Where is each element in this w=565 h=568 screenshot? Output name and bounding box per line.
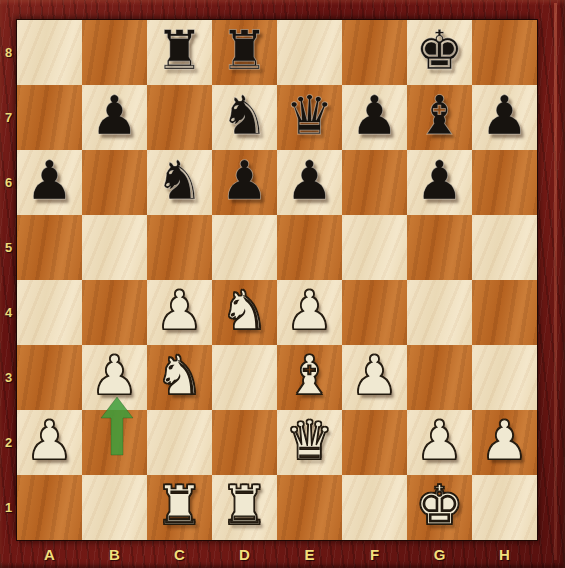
square-d6[interactable]: ♟ xyxy=(212,150,277,215)
square-d2[interactable] xyxy=(212,410,277,475)
black-rook-d8[interactable]: ♜ xyxy=(220,18,268,83)
file-label-d: D xyxy=(212,540,277,568)
square-f8[interactable] xyxy=(342,20,407,85)
white-pawn-h2[interactable]: ♟ xyxy=(480,408,528,473)
black-pawn-g6[interactable]: ♟ xyxy=(415,148,463,213)
black-knight-c6[interactable]: ♞ xyxy=(155,148,203,213)
white-king-g1[interactable]: ♚ xyxy=(415,473,463,538)
rank-label-2: 2 xyxy=(0,410,17,475)
square-d1[interactable]: ♜ xyxy=(212,475,277,540)
square-a6[interactable]: ♟ xyxy=(17,150,82,215)
square-f3[interactable]: ♟ xyxy=(342,345,407,410)
square-e1[interactable] xyxy=(277,475,342,540)
white-pawn-g2[interactable]: ♟ xyxy=(415,408,463,473)
rank-labels: 87654321 xyxy=(0,20,17,540)
white-rook-c1[interactable]: ♜ xyxy=(155,473,203,538)
square-a5[interactable] xyxy=(17,215,82,280)
square-f6[interactable] xyxy=(342,150,407,215)
black-pawn-f7[interactable]: ♟ xyxy=(350,83,398,148)
white-pawn-a2[interactable]: ♟ xyxy=(25,408,73,473)
square-a4[interactable] xyxy=(17,280,82,345)
black-king-g8[interactable]: ♚ xyxy=(415,18,463,83)
rank-label-5: 5 xyxy=(0,215,17,280)
file-label-g: G xyxy=(407,540,472,568)
square-f4[interactable] xyxy=(342,280,407,345)
file-label-h: H xyxy=(472,540,537,568)
square-c6[interactable]: ♞ xyxy=(147,150,212,215)
chess-board[interactable]: ♜♜♚♟♞♛♟♝♟♟♞♟♟♟♟♞♟♟♞♝♟♟♛♟♟♜♜♚ xyxy=(17,20,537,540)
board-frame: 87654321 ♜♜♚♟♞♛♟♝♟♟♞♟♟♟♟♞♟♟♞♝♟♟♛♟♟♜♜♚ AB… xyxy=(0,0,565,568)
black-knight-d7[interactable]: ♞ xyxy=(220,83,268,148)
square-f5[interactable] xyxy=(342,215,407,280)
square-c2[interactable] xyxy=(147,410,212,475)
square-c7[interactable] xyxy=(147,85,212,150)
white-knight-c3[interactable]: ♞ xyxy=(155,343,203,408)
black-queen-e7[interactable]: ♛ xyxy=(285,83,333,148)
square-b8[interactable] xyxy=(82,20,147,85)
file-label-e: E xyxy=(277,540,342,568)
black-pawn-a6[interactable]: ♟ xyxy=(25,148,73,213)
square-b7[interactable]: ♟ xyxy=(82,85,147,150)
rank-label-1: 1 xyxy=(0,475,17,540)
square-b1[interactable] xyxy=(82,475,147,540)
square-d8[interactable]: ♜ xyxy=(212,20,277,85)
file-label-a: A xyxy=(17,540,82,568)
square-c5[interactable] xyxy=(147,215,212,280)
square-a7[interactable] xyxy=(17,85,82,150)
square-b6[interactable] xyxy=(82,150,147,215)
square-e6[interactable]: ♟ xyxy=(277,150,342,215)
square-g7[interactable]: ♝ xyxy=(407,85,472,150)
white-pawn-b3[interactable]: ♟ xyxy=(90,343,138,408)
square-g1[interactable]: ♚ xyxy=(407,475,472,540)
square-b4[interactable] xyxy=(82,280,147,345)
square-h1[interactable] xyxy=(472,475,537,540)
square-c3[interactable]: ♞ xyxy=(147,345,212,410)
square-h4[interactable] xyxy=(472,280,537,345)
square-h6[interactable] xyxy=(472,150,537,215)
square-c8[interactable]: ♜ xyxy=(147,20,212,85)
square-g4[interactable] xyxy=(407,280,472,345)
white-pawn-e4[interactable]: ♟ xyxy=(285,278,333,343)
square-g2[interactable]: ♟ xyxy=(407,410,472,475)
square-e5[interactable] xyxy=(277,215,342,280)
square-d3[interactable] xyxy=(212,345,277,410)
square-h8[interactable] xyxy=(472,20,537,85)
square-d4[interactable]: ♞ xyxy=(212,280,277,345)
white-bishop-e3[interactable]: ♝ xyxy=(285,343,333,408)
white-queen-e2[interactable]: ♛ xyxy=(285,408,333,473)
square-h2[interactable]: ♟ xyxy=(472,410,537,475)
square-e7[interactable]: ♛ xyxy=(277,85,342,150)
square-d7[interactable]: ♞ xyxy=(212,85,277,150)
rank-label-3: 3 xyxy=(0,345,17,410)
square-e2[interactable]: ♛ xyxy=(277,410,342,475)
square-e3[interactable]: ♝ xyxy=(277,345,342,410)
black-pawn-e6[interactable]: ♟ xyxy=(285,148,333,213)
white-knight-d4[interactable]: ♞ xyxy=(220,278,268,343)
square-g5[interactable] xyxy=(407,215,472,280)
file-label-b: B xyxy=(82,540,147,568)
square-a3[interactable] xyxy=(17,345,82,410)
white-pawn-f3[interactable]: ♟ xyxy=(350,343,398,408)
rank-label-7: 7 xyxy=(0,85,17,150)
square-b5[interactable] xyxy=(82,215,147,280)
square-h3[interactable] xyxy=(472,345,537,410)
square-f2[interactable] xyxy=(342,410,407,475)
square-g6[interactable]: ♟ xyxy=(407,150,472,215)
square-h7[interactable]: ♟ xyxy=(472,85,537,150)
square-b2[interactable] xyxy=(82,410,147,475)
rank-label-8: 8 xyxy=(0,20,17,85)
square-e4[interactable]: ♟ xyxy=(277,280,342,345)
black-pawn-b7[interactable]: ♟ xyxy=(90,83,138,148)
square-d5[interactable] xyxy=(212,215,277,280)
square-g3[interactable] xyxy=(407,345,472,410)
square-a8[interactable] xyxy=(17,20,82,85)
black-pawn-h7[interactable]: ♟ xyxy=(480,83,528,148)
rank-label-4: 4 xyxy=(0,280,17,345)
white-rook-d1[interactable]: ♜ xyxy=(220,473,268,538)
square-g8[interactable]: ♚ xyxy=(407,20,472,85)
square-a2[interactable]: ♟ xyxy=(17,410,82,475)
square-f1[interactable] xyxy=(342,475,407,540)
square-c4[interactable]: ♟ xyxy=(147,280,212,345)
file-label-c: C xyxy=(147,540,212,568)
file-label-f: F xyxy=(342,540,407,568)
black-pawn-d6[interactable]: ♟ xyxy=(220,148,268,213)
white-pawn-c4[interactable]: ♟ xyxy=(155,278,203,343)
rank-label-6: 6 xyxy=(0,150,17,215)
file-labels: ABCDEFGH xyxy=(17,540,537,568)
square-c1[interactable]: ♜ xyxy=(147,475,212,540)
black-rook-c8[interactable]: ♜ xyxy=(155,18,203,83)
square-h5[interactable] xyxy=(472,215,537,280)
black-bishop-g7[interactable]: ♝ xyxy=(415,83,463,148)
square-a1[interactable] xyxy=(17,475,82,540)
square-b3[interactable]: ♟ xyxy=(82,345,147,410)
square-e8[interactable] xyxy=(277,20,342,85)
square-f7[interactable]: ♟ xyxy=(342,85,407,150)
